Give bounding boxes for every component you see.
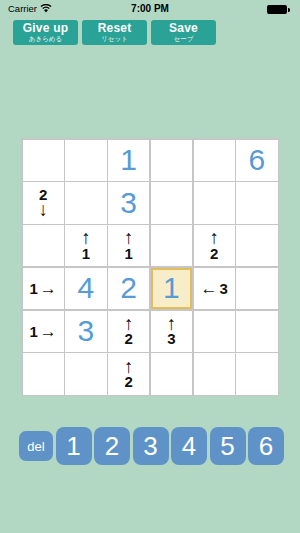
board-cell[interactable] [236,268,277,309]
board-cell[interactable] [151,225,192,266]
board-cell[interactable]: ↑2 [108,353,149,394]
board-cell[interactable] [65,353,106,394]
reset-label: Reset [98,22,132,34]
clue-digit: 1 [29,324,37,339]
numpad: del 123456 [19,427,284,465]
clue-digit: 1 [82,247,90,261]
board-cell[interactable]: ↑2 [108,311,149,352]
clue: ↑2 [124,316,134,346]
clue: ←3 [200,280,227,297]
board-cell[interactable] [151,182,192,223]
clue: ↑3 [167,316,177,346]
board-cell[interactable]: 1→ [23,311,64,352]
board-cell[interactable] [151,140,192,181]
board-cell-selected[interactable]: 1 [151,268,192,309]
clock: 7:00 PM [0,3,300,14]
reset-sublabel: リセット [101,36,128,43]
board-cell[interactable]: 3 [65,311,106,352]
board-cell[interactable] [23,140,64,181]
give-up-button[interactable]: Give up あきらめる [13,20,78,45]
board-cell[interactable]: 1 [108,140,149,181]
save-button[interactable]: Save セーブ [151,20,216,45]
board: 162↓3↑1↑1↑21→421←31→3↑2↑3↑2 [21,138,279,396]
clue-digit: 2 [210,247,218,261]
clue-digit: 3 [219,281,227,296]
board-cell[interactable] [236,353,277,394]
clue-digit: 1 [29,281,37,296]
clue-digit: 3 [167,332,175,346]
numpad-key-3[interactable]: 3 [133,427,169,465]
board-cell[interactable]: 1→ [23,268,64,309]
reset-button[interactable]: Reset リセット [82,20,147,45]
numpad-key-2[interactable]: 2 [94,427,130,465]
board-cell[interactable]: 2 [108,268,149,309]
app-screen: Carrier 7:00 PM Give up あきらめる Reset リセット… [0,0,300,533]
board-cell[interactable] [194,353,235,394]
clue-digit: 2 [124,332,132,346]
clue: 1→ [29,323,56,340]
filled-digit: 4 [78,273,95,303]
board-cell[interactable]: 3 [108,182,149,223]
save-label: Save [169,22,198,34]
status-bar: Carrier 7:00 PM [0,0,300,18]
arrow-down-icon: ↓ [38,202,48,218]
filled-digit: 1 [120,145,137,175]
clue-digit: 2 [124,375,132,389]
board-cell[interactable]: ↑1 [65,225,106,266]
board-cell[interactable] [236,182,277,223]
filled-digit: 1 [163,273,180,303]
clue: ↑1 [81,230,91,260]
board-cell[interactable] [23,353,64,394]
board-cell[interactable]: ←3 [194,268,235,309]
board-cell[interactable]: 6 [236,140,277,181]
board-cell[interactable] [236,225,277,266]
toolbar: Give up あきらめる Reset リセット Save セーブ [13,20,216,45]
clue-digit: 1 [124,247,132,261]
board-cell[interactable] [65,140,106,181]
numpad-key-5[interactable]: 5 [210,427,246,465]
numpad-key-1[interactable]: 1 [56,427,92,465]
give-up-sublabel: あきらめる [29,36,62,43]
clue: ↑1 [124,230,134,260]
board-cell[interactable]: ↑1 [108,225,149,266]
give-up-label: Give up [23,22,68,34]
numpad-key-6[interactable]: 6 [248,427,284,465]
board-cell[interactable]: 2↓ [23,182,64,223]
delete-button[interactable]: del [19,431,53,461]
board-cell[interactable] [65,182,106,223]
filled-digit: 3 [120,188,137,218]
board-cell[interactable] [23,225,64,266]
clue: ↑2 [209,230,219,260]
board-cell[interactable] [194,311,235,352]
board-cell[interactable] [236,311,277,352]
filled-digit: 2 [120,273,137,303]
board-cell[interactable]: 4 [65,268,106,309]
numpad-key-4[interactable]: 4 [171,427,207,465]
board-cell[interactable] [151,353,192,394]
arrow-right-icon: → [40,323,57,340]
arrow-right-icon: → [40,280,57,297]
save-sublabel: セーブ [174,36,194,43]
board-cell[interactable]: ↑3 [151,311,192,352]
board-cell[interactable] [194,140,235,181]
filled-digit: 6 [249,145,266,175]
arrow-left-icon: ← [200,280,217,297]
filled-digit: 3 [78,316,95,346]
battery-icon [267,5,287,14]
clue: 1→ [29,280,56,297]
clue: ↑2 [124,359,134,389]
clue: 2↓ [38,188,48,218]
board-cell[interactable]: ↑2 [194,225,235,266]
board-cell[interactable] [194,182,235,223]
